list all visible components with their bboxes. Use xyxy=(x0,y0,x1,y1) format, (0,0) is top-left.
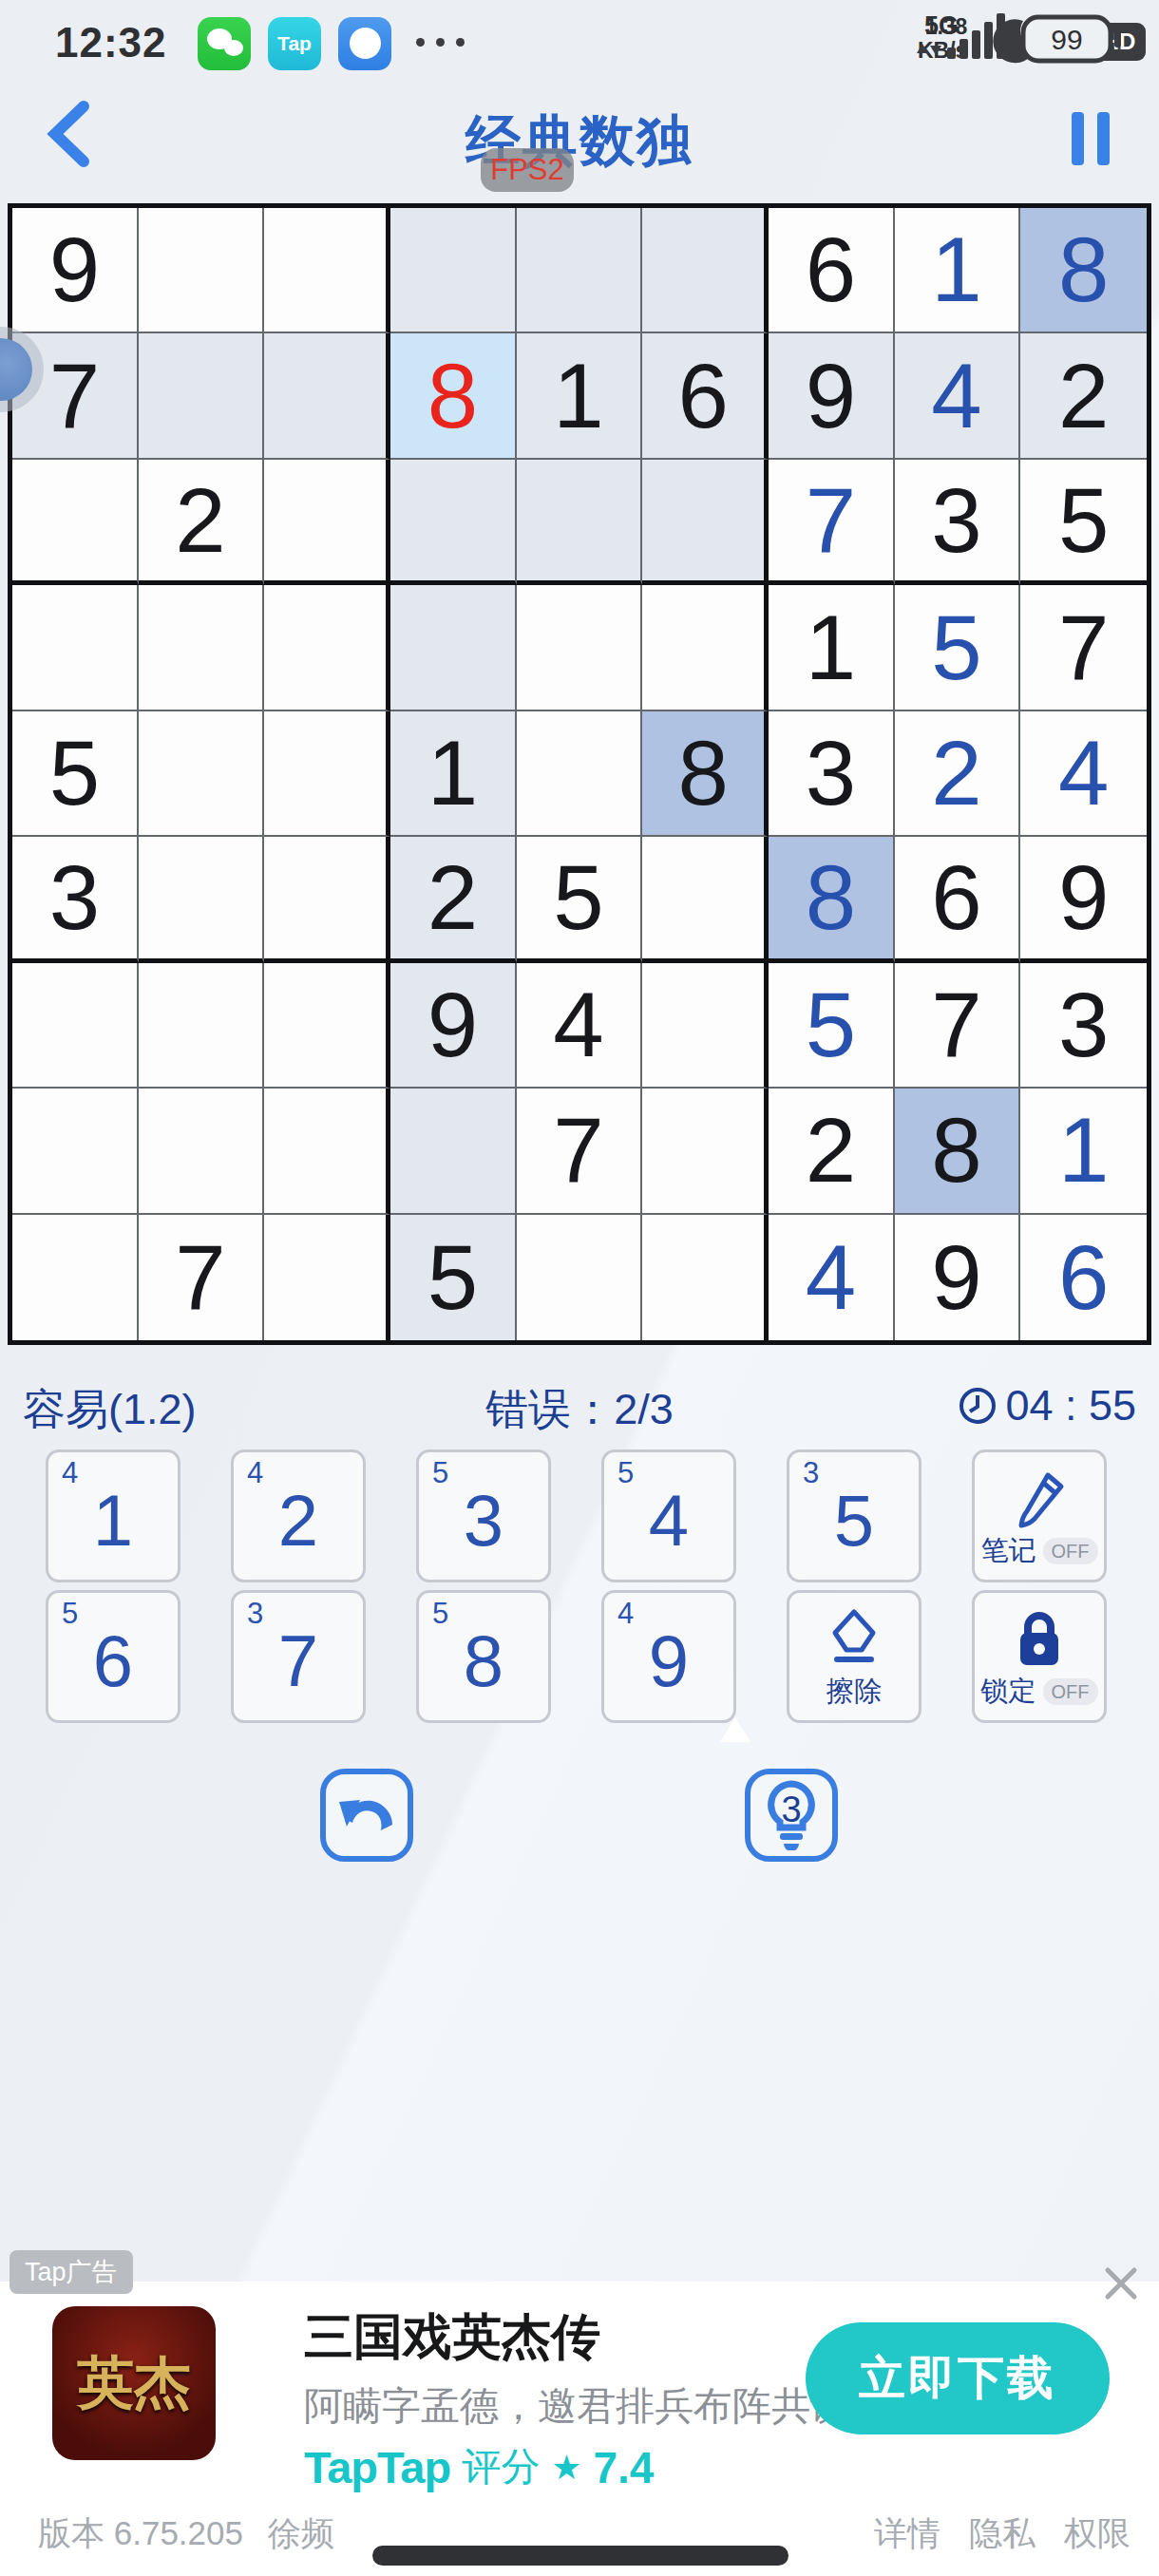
cell-r4c8[interactable]: 5 xyxy=(895,585,1021,710)
cell-r8c1[interactable] xyxy=(12,1089,139,1214)
cell-r5c7[interactable]: 3 xyxy=(769,711,895,837)
erase-label: 擦除 xyxy=(826,1673,882,1711)
cell-r9c2[interactable]: 7 xyxy=(139,1215,265,1340)
digit-remaining-count: 4 xyxy=(62,1456,78,1490)
cell-r8c9[interactable]: 1 xyxy=(1020,1089,1147,1214)
taptap-logo: TapTap xyxy=(304,2441,450,2493)
cell-r5c1[interactable]: 5 xyxy=(12,711,139,837)
details-link[interactable]: 详情 xyxy=(874,2511,940,2556)
cell-r2c8[interactable]: 4 xyxy=(895,333,1021,459)
mistakes-value: 2/3 xyxy=(614,1385,674,1433)
digit-remaining-count: 3 xyxy=(247,1597,263,1631)
cell-r4c4[interactable] xyxy=(390,585,517,710)
cell-r9c6[interactable] xyxy=(642,1215,769,1340)
erase-button[interactable]: 擦除 xyxy=(787,1590,921,1723)
home-indicator[interactable] xyxy=(372,2546,788,2566)
clock-icon xyxy=(958,1386,997,1426)
cell-r8c7[interactable]: 2 xyxy=(769,1089,895,1214)
cell-r7c9[interactable]: 3 xyxy=(1020,963,1147,1089)
cell-r6c9[interactable]: 9 xyxy=(1020,837,1147,962)
cell-r3c1[interactable] xyxy=(12,460,139,585)
cell-r7c1[interactable] xyxy=(12,963,139,1089)
lock-state-badge: OFF xyxy=(1043,1678,1098,1705)
cell-r5c6[interactable]: 8 xyxy=(642,711,769,837)
cell-r4c3[interactable] xyxy=(264,585,390,710)
cell-r1c6[interactable] xyxy=(642,208,769,333)
fps-overlay: FPS2 xyxy=(481,148,574,192)
cell-r2c3[interactable] xyxy=(264,333,390,459)
svg-text:99: 99 xyxy=(1051,24,1082,55)
ad-app-icon-text: 英杰 xyxy=(77,2345,191,2422)
digit-button-2[interactable]: 42 xyxy=(231,1449,366,1582)
signal-battery: 5G99 xyxy=(907,9,1159,70)
undo-icon xyxy=(335,1787,398,1844)
cell-r1c8[interactable]: 1 xyxy=(895,208,1021,333)
cell-r2c4[interactable]: 8 xyxy=(390,333,517,459)
info-row: 容易(1.2) 错误：2/3 04 : 55 xyxy=(0,1375,1159,1442)
cell-r6c6[interactable] xyxy=(642,837,769,962)
digit-button-6[interactable]: 56 xyxy=(46,1590,180,1723)
cell-r7c6[interactable] xyxy=(642,963,769,1089)
notes-state-badge: OFF xyxy=(1043,1538,1098,1564)
cell-r2c5[interactable]: 1 xyxy=(517,333,643,459)
cell-r6c4[interactable]: 2 xyxy=(390,837,517,962)
cell-r2c6[interactable]: 6 xyxy=(642,333,769,459)
pause-button[interactable] xyxy=(1072,112,1110,165)
mistakes-label: 错误： xyxy=(485,1385,614,1433)
digit-remaining-count: 5 xyxy=(617,1456,634,1490)
cell-r6c7[interactable]: 8 xyxy=(769,837,895,962)
digit-remaining-count: 4 xyxy=(617,1597,634,1631)
cell-r6c1[interactable]: 3 xyxy=(12,837,139,962)
notes-label: 笔记 xyxy=(981,1532,1036,1570)
lock-button[interactable]: 锁定 OFF xyxy=(972,1590,1107,1723)
cell-r7c7[interactable]: 5 xyxy=(769,963,895,1089)
cell-r3c3[interactable] xyxy=(264,460,390,585)
digit-remaining-count: 3 xyxy=(803,1456,819,1490)
taptap-icon: Tap xyxy=(268,17,321,70)
hint-button[interactable]: 3 xyxy=(745,1769,838,1862)
digit-remaining-count: 5 xyxy=(62,1597,78,1631)
digit-label: 4 xyxy=(649,1479,689,1562)
cell-r8c2[interactable] xyxy=(139,1089,265,1214)
hint-count: 3 xyxy=(750,1790,832,1830)
cell-r6c8[interactable]: 6 xyxy=(895,837,1021,962)
cell-r1c2[interactable] xyxy=(139,208,265,333)
cell-r9c3[interactable] xyxy=(264,1215,390,1340)
more-notifications-icon xyxy=(416,38,465,47)
cell-r3c6[interactable] xyxy=(642,460,769,585)
cell-r7c2[interactable] xyxy=(139,963,265,1089)
digit-button-5[interactable]: 35 xyxy=(787,1449,921,1582)
digit-button-1[interactable]: 41 xyxy=(46,1449,180,1582)
numpad-row-2: 56375849 擦除 锁定 OFF xyxy=(46,1590,1113,1723)
digit-label: 7 xyxy=(278,1619,318,1702)
cell-r5c3[interactable] xyxy=(264,711,390,837)
cell-r2c2[interactable] xyxy=(139,333,265,459)
digit-remaining-count: 5 xyxy=(432,1597,448,1631)
eraser-icon xyxy=(824,1606,884,1673)
digit-button-8[interactable]: 58 xyxy=(416,1590,551,1723)
ad-close-icon[interactable] xyxy=(1100,2263,1142,2304)
cell-r1c7[interactable]: 6 xyxy=(769,208,895,333)
messenger-icon xyxy=(338,17,391,70)
digit-label: 2 xyxy=(278,1479,318,1562)
cell-r8c3[interactable] xyxy=(264,1089,390,1214)
cell-r7c3[interactable] xyxy=(264,963,390,1089)
cell-r1c3[interactable] xyxy=(264,208,390,333)
digit-label: 9 xyxy=(649,1619,689,1702)
undo-button[interactable] xyxy=(320,1769,413,1862)
cell-r9c9[interactable]: 6 xyxy=(1020,1215,1147,1340)
numpad-row-1: 4142535435 笔记 OFF xyxy=(46,1449,1113,1582)
clock-time: 12:32 xyxy=(55,19,167,66)
digit-label: 6 xyxy=(93,1619,133,1702)
cell-r9c4[interactable]: 5 xyxy=(390,1215,517,1340)
notes-button[interactable]: 笔记 OFF xyxy=(972,1449,1107,1582)
cell-r7c8[interactable]: 7 xyxy=(895,963,1021,1089)
cell-r5c2[interactable] xyxy=(139,711,265,837)
cell-r9c7[interactable]: 4 xyxy=(769,1215,895,1340)
ad-tag: Tap广告 xyxy=(9,2250,133,2294)
cell-r3c8[interactable]: 3 xyxy=(895,460,1021,585)
cell-r5c8[interactable]: 2 xyxy=(895,711,1021,837)
star-icon: ★ xyxy=(551,2448,581,2487)
cell-r7c5[interactable]: 4 xyxy=(517,963,643,1089)
rating-value: 7.4 xyxy=(593,2442,654,2493)
ad-title: 三国戏英杰传 xyxy=(304,2304,600,2371)
digit-label: 8 xyxy=(464,1619,503,1702)
cell-r2c7[interactable]: 9 xyxy=(769,333,895,459)
cell-r4c5[interactable] xyxy=(517,585,643,710)
digit-label: 1 xyxy=(93,1479,133,1562)
digit-button-7[interactable]: 37 xyxy=(231,1590,366,1723)
cell-r3c4[interactable] xyxy=(390,460,517,585)
cell-r3c2[interactable]: 2 xyxy=(139,460,265,585)
digit-remaining-count: 5 xyxy=(432,1456,448,1490)
lock-label: 锁定 xyxy=(981,1673,1036,1711)
cell-r6c3[interactable] xyxy=(264,837,390,962)
cell-r1c5[interactable] xyxy=(517,208,643,333)
svg-text:5G: 5G xyxy=(924,11,959,40)
timer-value: 04 : 55 xyxy=(1005,1381,1136,1430)
digit-label: 3 xyxy=(464,1479,503,1562)
pencil-icon xyxy=(1010,1468,1069,1536)
cell-r3c5[interactable] xyxy=(517,460,643,585)
cell-r9c5[interactable] xyxy=(517,1215,643,1340)
download-button[interactable]: 立即下载 xyxy=(806,2322,1110,2434)
cell-r1c9[interactable]: 8 xyxy=(1020,208,1147,333)
privacy-link[interactable]: 隐私 xyxy=(969,2511,1035,2556)
cell-r2c9[interactable]: 2 xyxy=(1020,333,1147,459)
cell-r8c6[interactable] xyxy=(642,1089,769,1214)
cell-r8c4[interactable] xyxy=(390,1089,517,1214)
cell-r1c1[interactable]: 9 xyxy=(12,208,139,333)
page-title: 经典数独 xyxy=(0,104,1159,179)
cell-r4c2[interactable] xyxy=(139,585,265,710)
cell-r5c9[interactable]: 4 xyxy=(1020,711,1147,837)
cell-r9c1[interactable] xyxy=(12,1215,139,1340)
cell-r6c5[interactable]: 5 xyxy=(517,837,643,962)
timer: 04 : 55 xyxy=(958,1381,1136,1430)
digit-label: 5 xyxy=(834,1479,874,1562)
sudoku-grid: 9618781694227351575183243258699457372817… xyxy=(8,203,1151,1345)
cell-r6c2[interactable] xyxy=(139,837,265,962)
digit-button-3[interactable]: 53 xyxy=(416,1449,551,1582)
ad-rating-row: TapTap 评分 ★ 7.4 xyxy=(304,2441,654,2493)
ad-app-icon[interactable]: 英杰 xyxy=(52,2306,216,2460)
nav-bar: 经典数独 xyxy=(0,78,1159,190)
cell-r5c4[interactable]: 1 xyxy=(390,711,517,837)
cell-r4c7[interactable]: 1 xyxy=(769,585,895,710)
cell-r7c4[interactable]: 9 xyxy=(390,963,517,1089)
cell-r4c9[interactable]: 7 xyxy=(1020,585,1147,710)
cell-r5c5[interactable] xyxy=(517,711,643,837)
publisher-label: 徐频 xyxy=(268,2511,334,2556)
rating-label: 评分 xyxy=(462,2441,540,2493)
cell-r3c9[interactable]: 5 xyxy=(1020,460,1147,585)
signal-battery-icon: 5G99 xyxy=(907,9,1159,70)
tooltip-caret xyxy=(720,1717,750,1742)
cell-r8c5[interactable]: 7 xyxy=(517,1089,643,1214)
cell-r9c8[interactable]: 9 xyxy=(895,1215,1021,1340)
cell-r8c8[interactable]: 8 xyxy=(895,1089,1021,1214)
version-label: 版本 6.75.205 xyxy=(38,2511,243,2556)
cell-r4c1[interactable] xyxy=(12,585,139,710)
cell-r4c6[interactable] xyxy=(642,585,769,710)
permissions-link[interactable]: 权限 xyxy=(1064,2511,1130,2556)
wechat-icon xyxy=(198,17,251,70)
digit-button-4[interactable]: 54 xyxy=(601,1449,736,1582)
lock-icon xyxy=(1011,1606,1068,1673)
cell-r1c4[interactable] xyxy=(390,208,517,333)
cell-r3c7[interactable]: 7 xyxy=(769,460,895,585)
digit-button-9[interactable]: 49 xyxy=(601,1590,736,1723)
digit-remaining-count: 4 xyxy=(247,1456,263,1490)
